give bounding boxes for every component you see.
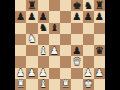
black-pawn: ♟ [16, 11, 25, 21]
square-g4[interactable] [83, 45, 94, 56]
white-bishop: ♝ [39, 79, 48, 89]
white-queen: ♛ [72, 56, 81, 66]
square-h5[interactable] [94, 34, 105, 45]
black-bishop: ♝ [50, 23, 59, 33]
chess-diagram: ♜♚♞♜♟♟♟♟♟♟♞♝♞♝♟♟♛♛♟♟♟♟♟♜♝♜♚ [0, 0, 120, 90]
square-g2[interactable]: ♟ [83, 68, 94, 79]
white-king: ♚ [84, 79, 93, 89]
square-h2[interactable]: ♟ [94, 68, 105, 79]
square-e6[interactable] [60, 23, 71, 34]
white-pawn: ♟ [84, 68, 93, 78]
black-pawn: ♟ [72, 11, 81, 21]
square-b8[interactable]: ♜ [26, 0, 37, 11]
square-g3[interactable] [83, 56, 94, 67]
square-c4[interactable]: ♝ [38, 45, 49, 56]
black-knight: ♞ [84, 0, 93, 10]
square-d5[interactable] [49, 34, 60, 45]
white-pawn: ♟ [27, 68, 36, 78]
square-g8[interactable]: ♞ [83, 0, 94, 11]
square-e8[interactable] [60, 0, 71, 11]
black-king: ♚ [72, 0, 81, 10]
black-pawn: ♟ [72, 45, 81, 55]
square-f6[interactable] [71, 23, 82, 34]
square-d2[interactable] [49, 68, 60, 79]
square-d1[interactable] [49, 79, 60, 90]
square-g5[interactable] [83, 34, 94, 45]
square-c5[interactable] [38, 34, 49, 45]
square-h6[interactable] [94, 23, 105, 34]
black-pawn: ♟ [84, 11, 93, 21]
square-e3[interactable] [60, 56, 71, 67]
square-b3[interactable] [26, 56, 37, 67]
square-b4[interactable] [26, 45, 37, 56]
square-c8[interactable] [38, 0, 49, 11]
black-pawn: ♟ [95, 11, 104, 21]
square-h4[interactable]: ♛ [94, 45, 105, 56]
chess-board: ♜♚♞♜♟♟♟♟♟♟♞♝♞♝♟♟♛♛♟♟♟♟♟♜♝♜♚ [15, 0, 105, 90]
square-a7[interactable]: ♟ [15, 11, 26, 22]
square-f4[interactable]: ♟ [71, 45, 82, 56]
square-b7[interactable]: ♟ [26, 11, 37, 22]
square-f1[interactable] [71, 79, 82, 90]
square-g7[interactable]: ♟ [83, 11, 94, 22]
square-e7[interactable] [60, 11, 71, 22]
black-rook: ♜ [95, 0, 104, 10]
square-c6[interactable]: ♞ [38, 23, 49, 34]
square-d8[interactable] [49, 0, 60, 11]
square-g1[interactable]: ♚ [83, 79, 94, 90]
square-c2[interactable]: ♟ [38, 68, 49, 79]
white-knight: ♞ [27, 34, 36, 44]
white-rook: ♜ [16, 79, 25, 89]
white-pawn: ♟ [50, 45, 59, 55]
square-h3[interactable] [94, 56, 105, 67]
square-b1[interactable] [26, 79, 37, 90]
square-a3[interactable] [15, 56, 26, 67]
square-b2[interactable]: ♟ [26, 68, 37, 79]
square-a8[interactable] [15, 0, 26, 11]
square-c7[interactable]: ♟ [38, 11, 49, 22]
square-d3[interactable] [49, 56, 60, 67]
square-g6[interactable] [83, 23, 94, 34]
square-a4[interactable] [15, 45, 26, 56]
square-h1[interactable] [94, 79, 105, 90]
square-f2[interactable] [71, 68, 82, 79]
square-a1[interactable]: ♜ [15, 79, 26, 90]
black-rook: ♜ [27, 0, 36, 10]
square-b5[interactable]: ♞ [26, 34, 37, 45]
black-knight: ♞ [39, 23, 48, 33]
square-f5[interactable] [71, 34, 82, 45]
square-h8[interactable]: ♜ [94, 0, 105, 11]
left-letterbox [0, 0, 15, 90]
square-a2[interactable]: ♟ [15, 68, 26, 79]
square-d4[interactable]: ♟ [49, 45, 60, 56]
white-pawn: ♟ [39, 68, 48, 78]
white-bishop: ♝ [39, 45, 48, 55]
square-h7[interactable]: ♟ [94, 11, 105, 22]
black-queen: ♛ [95, 45, 104, 55]
square-e4[interactable] [60, 45, 71, 56]
square-d7[interactable] [49, 11, 60, 22]
white-rook: ♜ [61, 79, 70, 89]
square-f7[interactable]: ♟ [71, 11, 82, 22]
black-pawn: ♟ [27, 11, 36, 21]
square-d6[interactable]: ♝ [49, 23, 60, 34]
square-b6[interactable] [26, 23, 37, 34]
white-pawn: ♟ [16, 68, 25, 78]
white-pawn: ♟ [95, 68, 104, 78]
black-pawn: ♟ [39, 11, 48, 21]
square-f8[interactable]: ♚ [71, 0, 82, 11]
square-f3[interactable]: ♛ [71, 56, 82, 67]
square-c1[interactable]: ♝ [38, 79, 49, 90]
square-a6[interactable] [15, 23, 26, 34]
square-c3[interactable] [38, 56, 49, 67]
right-letterbox [105, 0, 120, 90]
square-e2[interactable] [60, 68, 71, 79]
square-e5[interactable] [60, 34, 71, 45]
square-a5[interactable] [15, 34, 26, 45]
square-e1[interactable]: ♜ [60, 79, 71, 90]
